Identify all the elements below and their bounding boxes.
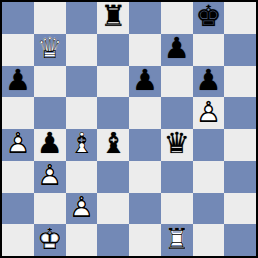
- square-a5[interactable]: [2, 97, 34, 129]
- black-pawn: ♟: [129, 66, 161, 98]
- square-c4[interactable]: ♝♗: [66, 129, 98, 161]
- square-f7[interactable]: ♟: [161, 34, 193, 66]
- black-bishop: ♝: [97, 129, 129, 161]
- white-rook: ♜♖: [161, 224, 193, 256]
- square-f4[interactable]: ♛: [161, 129, 193, 161]
- square-c1[interactable]: [66, 224, 98, 256]
- square-e5[interactable]: [129, 97, 161, 129]
- square-e6[interactable]: ♟: [129, 66, 161, 98]
- white-piece-outline: ♙: [2, 129, 34, 161]
- square-h5[interactable]: [224, 97, 256, 129]
- black-piece-glyph: ♟: [161, 34, 193, 66]
- square-b2[interactable]: [34, 193, 66, 225]
- square-g4[interactable]: [193, 129, 225, 161]
- black-king: ♚: [193, 2, 225, 34]
- square-e1[interactable]: [129, 224, 161, 256]
- square-h4[interactable]: [224, 129, 256, 161]
- white-pawn: ♟♙: [193, 97, 225, 129]
- white-piece-outline: ♙: [193, 97, 225, 129]
- square-h1[interactable]: [224, 224, 256, 256]
- square-e8[interactable]: [129, 2, 161, 34]
- chess-board: ♜♚♛♕♟♟♟♟♟♙♟♙♟♝♗♝♛♟♙♟♙♚♔♜♖: [2, 2, 256, 256]
- square-a4[interactable]: ♟♙: [2, 129, 34, 161]
- square-g6[interactable]: ♟: [193, 66, 225, 98]
- white-piece-outline: ♙: [66, 193, 98, 225]
- square-b6[interactable]: [34, 66, 66, 98]
- square-a8[interactable]: [2, 2, 34, 34]
- square-c8[interactable]: [66, 2, 98, 34]
- square-b3[interactable]: ♟♙: [34, 161, 66, 193]
- black-piece-glyph: ♟: [34, 129, 66, 161]
- square-d4[interactable]: ♝: [97, 129, 129, 161]
- square-d5[interactable]: [97, 97, 129, 129]
- square-d3[interactable]: [97, 161, 129, 193]
- black-piece-glyph: ♚: [193, 2, 225, 34]
- square-a6[interactable]: ♟: [2, 66, 34, 98]
- square-g5[interactable]: ♟♙: [193, 97, 225, 129]
- white-piece-outline: ♔: [34, 224, 66, 256]
- square-b7[interactable]: ♛♕: [34, 34, 66, 66]
- square-c7[interactable]: [66, 34, 98, 66]
- square-d2[interactable]: [97, 193, 129, 225]
- square-g8[interactable]: ♚: [193, 2, 225, 34]
- black-piece-glyph: ♟: [129, 66, 161, 98]
- square-d8[interactable]: ♜: [97, 2, 129, 34]
- black-pawn: ♟: [2, 66, 34, 98]
- square-h2[interactable]: [224, 193, 256, 225]
- black-piece-glyph: ♟: [193, 66, 225, 98]
- square-b5[interactable]: [34, 97, 66, 129]
- square-d6[interactable]: [97, 66, 129, 98]
- square-c3[interactable]: [66, 161, 98, 193]
- black-rook: ♜: [97, 2, 129, 34]
- square-b8[interactable]: [34, 2, 66, 34]
- square-e2[interactable]: [129, 193, 161, 225]
- square-a3[interactable]: [2, 161, 34, 193]
- black-piece-glyph: ♝: [97, 129, 129, 161]
- black-pawn: ♟: [193, 66, 225, 98]
- white-pawn: ♟♙: [2, 129, 34, 161]
- square-e4[interactable]: [129, 129, 161, 161]
- black-piece-glyph: ♜: [97, 2, 129, 34]
- square-f2[interactable]: [161, 193, 193, 225]
- square-e3[interactable]: [129, 161, 161, 193]
- black-piece-glyph: ♛: [161, 129, 193, 161]
- square-g7[interactable]: [193, 34, 225, 66]
- square-c2[interactable]: ♟♙: [66, 193, 98, 225]
- square-f6[interactable]: [161, 66, 193, 98]
- square-c5[interactable]: [66, 97, 98, 129]
- square-a1[interactable]: [2, 224, 34, 256]
- square-h6[interactable]: [224, 66, 256, 98]
- square-d7[interactable]: [97, 34, 129, 66]
- square-g3[interactable]: [193, 161, 225, 193]
- white-bishop: ♝♗: [66, 129, 98, 161]
- chess-board-frame: ♜♚♛♕♟♟♟♟♟♙♟♙♟♝♗♝♛♟♙♟♙♚♔♜♖: [0, 0, 258, 258]
- square-g1[interactable]: [193, 224, 225, 256]
- square-a7[interactable]: [2, 34, 34, 66]
- white-piece-outline: ♕: [34, 34, 66, 66]
- square-b4[interactable]: ♟: [34, 129, 66, 161]
- black-piece-glyph: ♟: [2, 66, 34, 98]
- white-pawn: ♟♙: [34, 161, 66, 193]
- white-king: ♚♔: [34, 224, 66, 256]
- square-h3[interactable]: [224, 161, 256, 193]
- white-piece-outline: ♖: [161, 224, 193, 256]
- square-f8[interactable]: [161, 2, 193, 34]
- white-pawn: ♟♙: [66, 193, 98, 225]
- square-g2[interactable]: [193, 193, 225, 225]
- square-h8[interactable]: [224, 2, 256, 34]
- white-queen: ♛♕: [34, 34, 66, 66]
- black-pawn: ♟: [161, 34, 193, 66]
- square-c6[interactable]: [66, 66, 98, 98]
- square-e7[interactable]: [129, 34, 161, 66]
- square-h7[interactable]: [224, 34, 256, 66]
- white-piece-outline: ♗: [66, 129, 98, 161]
- square-f1[interactable]: ♜♖: [161, 224, 193, 256]
- square-f3[interactable]: [161, 161, 193, 193]
- square-a2[interactable]: [2, 193, 34, 225]
- square-b1[interactable]: ♚♔: [34, 224, 66, 256]
- black-pawn: ♟: [34, 129, 66, 161]
- square-f5[interactable]: [161, 97, 193, 129]
- square-d1[interactable]: [97, 224, 129, 256]
- black-queen: ♛: [161, 129, 193, 161]
- white-piece-outline: ♙: [34, 161, 66, 193]
